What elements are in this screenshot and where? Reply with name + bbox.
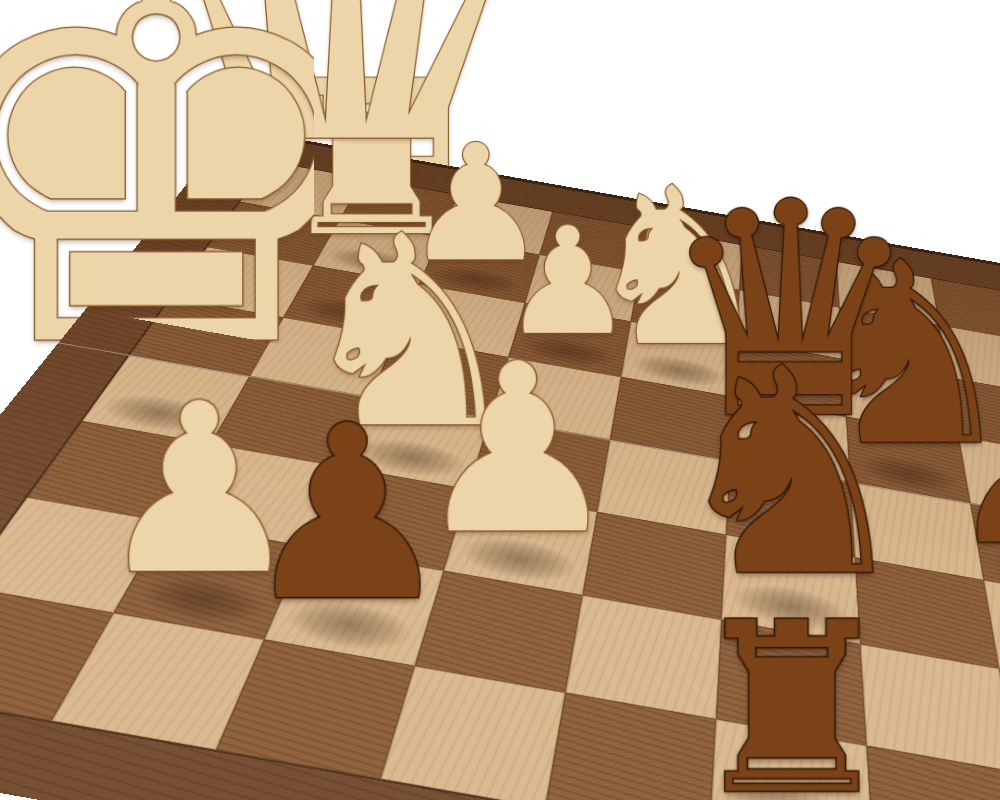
black-rook: ♜	[710, 719, 875, 800]
chess-pieces-layer: ♚♛♜♟♟♞♞♟♟♛♞♞♟♟♜	[0, 162, 1000, 800]
black-rook-glyph: ♜	[686, 594, 897, 800]
black-pawn-glyph: ♟	[945, 357, 1000, 574]
chess-board: ♚♛♜♟♟♞♞♟♟♛♞♞♟♟♜	[0, 130, 1000, 800]
product-photo-scene: ♚♛♜♟♟♞♞♟♟♛♞♞♟♟♜	[0, 0, 1000, 800]
white-pawn: ♟	[444, 489, 598, 595]
black-knight-glyph: ♞	[663, 334, 918, 613]
white-pawn-glyph: ♟	[95, 376, 305, 605]
black-pawn: ♟	[970, 504, 1000, 603]
